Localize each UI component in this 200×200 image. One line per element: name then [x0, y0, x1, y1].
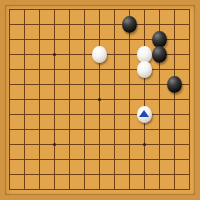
- board-cell[interactable]: [92, 17, 107, 32]
- board-cell[interactable]: [32, 2, 47, 17]
- board-cells: [2, 2, 197, 197]
- white-stone: [137, 106, 152, 123]
- board-cell[interactable]: [17, 62, 32, 77]
- board-cell[interactable]: [152, 62, 167, 77]
- board-cell[interactable]: [77, 92, 92, 107]
- board-cell[interactable]: [77, 47, 92, 62]
- board-cell[interactable]: [122, 92, 137, 107]
- board-cell[interactable]: [92, 107, 107, 122]
- board-cell[interactable]: [182, 32, 197, 47]
- board-cell[interactable]: [182, 17, 197, 32]
- board-cell[interactable]: [32, 107, 47, 122]
- board-cell[interactable]: [47, 107, 62, 122]
- board-cell[interactable]: [62, 77, 77, 92]
- board-cell[interactable]: [137, 107, 152, 122]
- board-cell[interactable]: [62, 107, 77, 122]
- board-cell[interactable]: [167, 152, 182, 167]
- board-cell[interactable]: [32, 17, 47, 32]
- board-cell[interactable]: [2, 17, 17, 32]
- board-cell[interactable]: [152, 137, 167, 152]
- board-cell[interactable]: [17, 32, 32, 47]
- board-cell[interactable]: [77, 77, 92, 92]
- board-cell[interactable]: [152, 152, 167, 167]
- star-point: [53, 143, 56, 146]
- triangle-marker-icon: [139, 110, 149, 117]
- star-point: [98, 98, 101, 101]
- board-cell[interactable]: [122, 107, 137, 122]
- board-cell[interactable]: [17, 2, 32, 17]
- board-cell[interactable]: [77, 182, 92, 197]
- board-cell[interactable]: [152, 167, 167, 182]
- board-cell[interactable]: [182, 167, 197, 182]
- board-cell[interactable]: [32, 47, 47, 62]
- board-cell[interactable]: [167, 122, 182, 137]
- black-stone: [122, 16, 137, 33]
- board-cell[interactable]: [32, 32, 47, 47]
- board-cell[interactable]: [167, 182, 182, 197]
- board-cell[interactable]: [107, 47, 122, 62]
- board-cell[interactable]: [47, 92, 62, 107]
- board-cell[interactable]: [62, 137, 77, 152]
- board-cell[interactable]: [167, 167, 182, 182]
- board-cell[interactable]: [182, 77, 197, 92]
- board-cell[interactable]: [122, 182, 137, 197]
- board-cell[interactable]: [77, 107, 92, 122]
- board-cell[interactable]: [122, 77, 137, 92]
- board-cell[interactable]: [17, 137, 32, 152]
- board-cell[interactable]: [17, 17, 32, 32]
- go-board[interactable]: [5, 5, 195, 195]
- board-cell[interactable]: [107, 62, 122, 77]
- board-cell[interactable]: [182, 2, 197, 17]
- board-cell[interactable]: [122, 167, 137, 182]
- board-cell[interactable]: [152, 32, 167, 47]
- board-cell[interactable]: [77, 17, 92, 32]
- white-stone: [137, 61, 152, 78]
- board-cell[interactable]: [152, 77, 167, 92]
- board-cell[interactable]: [2, 77, 17, 92]
- board-cell[interactable]: [167, 77, 182, 92]
- board-cell[interactable]: [182, 122, 197, 137]
- board-cell[interactable]: [182, 182, 197, 197]
- board-cell[interactable]: [2, 137, 17, 152]
- board-cell[interactable]: [182, 107, 197, 122]
- board-cell[interactable]: [47, 17, 62, 32]
- black-stone: [152, 31, 167, 48]
- board-cell[interactable]: [77, 62, 92, 77]
- black-stone: [152, 46, 167, 63]
- board-cell[interactable]: [107, 152, 122, 167]
- board-cell[interactable]: [107, 107, 122, 122]
- board-cell[interactable]: [17, 47, 32, 62]
- board-cell[interactable]: [122, 122, 137, 137]
- board-cell[interactable]: [92, 47, 107, 62]
- board-cell[interactable]: [122, 62, 137, 77]
- board-cell[interactable]: [62, 122, 77, 137]
- board-cell[interactable]: [107, 32, 122, 47]
- board-cell[interactable]: [92, 32, 107, 47]
- board-cell[interactable]: [32, 77, 47, 92]
- board-cell[interactable]: [77, 152, 92, 167]
- board-cell[interactable]: [152, 17, 167, 32]
- board-cell[interactable]: [122, 137, 137, 152]
- board-cell[interactable]: [77, 32, 92, 47]
- board-cell[interactable]: [122, 32, 137, 47]
- board-cell[interactable]: [77, 2, 92, 17]
- board-cell[interactable]: [182, 47, 197, 62]
- board-cell[interactable]: [152, 122, 167, 137]
- board-cell[interactable]: [167, 107, 182, 122]
- board-cell[interactable]: [167, 137, 182, 152]
- board-cell[interactable]: [122, 17, 137, 32]
- board-cell[interactable]: [107, 2, 122, 17]
- board-cell[interactable]: [167, 62, 182, 77]
- board-cell[interactable]: [32, 92, 47, 107]
- board-cell[interactable]: [32, 137, 47, 152]
- board-cell[interactable]: [152, 107, 167, 122]
- board-cell[interactable]: [122, 152, 137, 167]
- board-cell[interactable]: [152, 47, 167, 62]
- board-cell[interactable]: [122, 2, 137, 17]
- board-cell[interactable]: [2, 92, 17, 107]
- board-cell[interactable]: [62, 182, 77, 197]
- board-cell[interactable]: [17, 182, 32, 197]
- star-point: [143, 143, 146, 146]
- board-cell[interactable]: [152, 92, 167, 107]
- board-cell[interactable]: [137, 32, 152, 47]
- board-cell[interactable]: [182, 152, 197, 167]
- board-cell[interactable]: [17, 92, 32, 107]
- board-cell[interactable]: [47, 122, 62, 137]
- board-cell[interactable]: [17, 77, 32, 92]
- board-cell[interactable]: [167, 2, 182, 17]
- board-cell[interactable]: [137, 47, 152, 62]
- board-cell[interactable]: [167, 32, 182, 47]
- board-cell[interactable]: [2, 62, 17, 77]
- board-cell[interactable]: [92, 92, 107, 107]
- board-cell[interactable]: [107, 182, 122, 197]
- board-cell[interactable]: [32, 122, 47, 137]
- board-cell[interactable]: [62, 92, 77, 107]
- board-cell[interactable]: [107, 167, 122, 182]
- board-cell[interactable]: [92, 77, 107, 92]
- board-cell[interactable]: [47, 32, 62, 47]
- board-cell[interactable]: [92, 122, 107, 137]
- goban-frame: [0, 0, 200, 200]
- white-stone: [137, 46, 152, 63]
- board-cell[interactable]: [2, 122, 17, 137]
- board-cell[interactable]: [2, 32, 17, 47]
- board-cell[interactable]: [2, 167, 17, 182]
- board-cell[interactable]: [32, 167, 47, 182]
- board-cell[interactable]: [47, 62, 62, 77]
- board-cell[interactable]: [92, 167, 107, 182]
- board-cell[interactable]: [62, 2, 77, 17]
- board-cell[interactable]: [77, 122, 92, 137]
- board-cell[interactable]: [137, 152, 152, 167]
- board-cell[interactable]: [47, 2, 62, 17]
- board-cell[interactable]: [17, 167, 32, 182]
- board-cell[interactable]: [2, 47, 17, 62]
- board-cell[interactable]: [2, 107, 17, 122]
- board-cell[interactable]: [2, 2, 17, 17]
- board-cell[interactable]: [92, 2, 107, 17]
- board-cell[interactable]: [2, 182, 17, 197]
- board-cell[interactable]: [107, 77, 122, 92]
- board-cell[interactable]: [107, 122, 122, 137]
- board-cell[interactable]: [182, 137, 197, 152]
- board-cell[interactable]: [92, 152, 107, 167]
- board-cell[interactable]: [32, 62, 47, 77]
- board-cell[interactable]: [137, 92, 152, 107]
- board-cell[interactable]: [167, 92, 182, 107]
- board-cell[interactable]: [137, 62, 152, 77]
- board-cell[interactable]: [107, 17, 122, 32]
- board-cell[interactable]: [107, 137, 122, 152]
- board-cell[interactable]: [47, 77, 62, 92]
- white-stone: [92, 46, 107, 63]
- board-cell[interactable]: [17, 122, 32, 137]
- board-cell[interactable]: [62, 152, 77, 167]
- board-cell[interactable]: [167, 17, 182, 32]
- board-cell[interactable]: [62, 17, 77, 32]
- board-cell[interactable]: [182, 92, 197, 107]
- board-cell[interactable]: [17, 152, 32, 167]
- board-cell[interactable]: [92, 182, 107, 197]
- board-cell[interactable]: [77, 137, 92, 152]
- board-cell[interactable]: [47, 167, 62, 182]
- board-cell[interactable]: [137, 2, 152, 17]
- board-cell[interactable]: [92, 137, 107, 152]
- board-cell[interactable]: [77, 167, 92, 182]
- black-stone: [167, 76, 182, 93]
- board-cell[interactable]: [32, 182, 47, 197]
- star-point: [53, 53, 56, 56]
- board-cell[interactable]: [137, 167, 152, 182]
- board-cell[interactable]: [137, 77, 152, 92]
- board-cell[interactable]: [152, 2, 167, 17]
- board-cell[interactable]: [32, 152, 47, 167]
- board-cell[interactable]: [182, 62, 197, 77]
- board-cell[interactable]: [47, 47, 62, 62]
- board-cell[interactable]: [137, 122, 152, 137]
- board-cell[interactable]: [62, 62, 77, 77]
- board-cell[interactable]: [92, 62, 107, 77]
- board-cell[interactable]: [17, 107, 32, 122]
- board-cell[interactable]: [47, 152, 62, 167]
- board-cell[interactable]: [152, 182, 167, 197]
- board-cell[interactable]: [62, 167, 77, 182]
- board-cell[interactable]: [62, 47, 77, 62]
- board-cell[interactable]: [47, 137, 62, 152]
- board-cell[interactable]: [62, 32, 77, 47]
- board-cell[interactable]: [107, 92, 122, 107]
- board-cell[interactable]: [47, 182, 62, 197]
- board-cell[interactable]: [137, 137, 152, 152]
- board-cell[interactable]: [122, 47, 137, 62]
- board-cell[interactable]: [2, 152, 17, 167]
- board-cell[interactable]: [137, 17, 152, 32]
- board-cell[interactable]: [167, 47, 182, 62]
- board-cell[interactable]: [137, 182, 152, 197]
